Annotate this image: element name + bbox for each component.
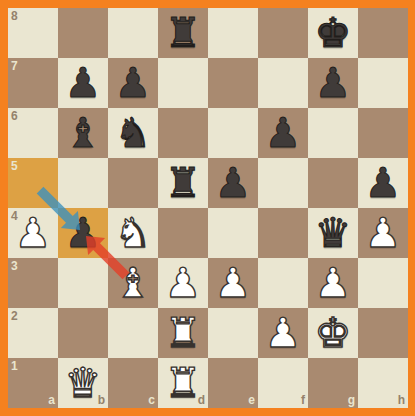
black-pawn-b7[interactable]: ♟ [58, 58, 108, 108]
square-e6[interactable] [208, 108, 258, 158]
rank-label-1: 1 [11, 360, 18, 373]
black-king-g8[interactable]: ♚ [308, 8, 358, 58]
black-bishop-b6[interactable]: ♝ [58, 108, 108, 158]
square-a3[interactable]: 3 [8, 258, 58, 308]
white-pawn-d3[interactable]: ♟ [158, 258, 208, 308]
black-pawn-g7[interactable]: ♟ [308, 58, 358, 108]
square-d6[interactable] [158, 108, 208, 158]
square-d4[interactable] [158, 208, 208, 258]
white-pawn-g3[interactable]: ♟ [308, 258, 358, 308]
black-pawn-b4[interactable]: ♟ [58, 208, 108, 258]
white-bishop-c3[interactable]: ♝ [108, 258, 158, 308]
white-pawn-h4[interactable]: ♟ [358, 208, 408, 258]
square-d7[interactable] [158, 58, 208, 108]
white-rook-d2[interactable]: ♜ [158, 308, 208, 358]
black-pawn-f6[interactable]: ♟ [258, 108, 308, 158]
square-e7[interactable] [208, 58, 258, 108]
square-f4[interactable] [258, 208, 308, 258]
rank-label-7: 7 [11, 60, 18, 73]
square-f8[interactable] [258, 8, 308, 58]
square-e1[interactable]: e [208, 358, 258, 408]
black-knight-c6[interactable]: ♞ [108, 108, 158, 158]
square-c5[interactable] [108, 158, 158, 208]
square-g5[interactable] [308, 158, 358, 208]
square-b3[interactable] [58, 258, 108, 308]
file-label-a: a [48, 394, 55, 407]
square-e8[interactable] [208, 8, 258, 58]
white-pawn-e3[interactable]: ♟ [208, 258, 258, 308]
rank-label-6: 6 [11, 110, 18, 123]
black-rook-d5[interactable]: ♜ [158, 158, 208, 208]
square-f7[interactable] [258, 58, 308, 108]
square-c8[interactable] [108, 8, 158, 58]
white-pawn-a4[interactable]: ♟ [8, 208, 58, 258]
square-h7[interactable] [358, 58, 408, 108]
square-g1[interactable]: g [308, 358, 358, 408]
white-pawn-f2[interactable]: ♟ [258, 308, 308, 358]
square-h8[interactable] [358, 8, 408, 58]
square-h1[interactable]: h [358, 358, 408, 408]
square-f3[interactable] [258, 258, 308, 308]
black-pawn-c7[interactable]: ♟ [108, 58, 158, 108]
square-g6[interactable] [308, 108, 358, 158]
black-pawn-h5[interactable]: ♟ [358, 158, 408, 208]
white-rook-d1[interactable]: ♜ [158, 358, 208, 408]
square-f5[interactable] [258, 158, 308, 208]
rank-label-3: 3 [11, 260, 18, 273]
square-h6[interactable] [358, 108, 408, 158]
square-a2[interactable]: 2 [8, 308, 58, 358]
square-b2[interactable] [58, 308, 108, 358]
white-queen-b1[interactable]: ♛ [58, 358, 108, 408]
square-h2[interactable] [358, 308, 408, 358]
square-b8[interactable] [58, 8, 108, 58]
square-c1[interactable]: c [108, 358, 158, 408]
square-a1[interactable]: 1a [8, 358, 58, 408]
square-e2[interactable] [208, 308, 258, 358]
file-label-e: e [248, 394, 255, 407]
square-a5[interactable]: 5 [8, 158, 58, 208]
rank-label-8: 8 [11, 10, 18, 23]
file-label-c: c [148, 394, 155, 407]
square-h3[interactable] [358, 258, 408, 308]
rank-label-2: 2 [11, 310, 18, 323]
square-b5[interactable] [58, 158, 108, 208]
file-label-g: g [348, 394, 355, 407]
white-king-g2[interactable]: ♚ [308, 308, 358, 358]
square-a7[interactable]: 7 [8, 58, 58, 108]
rank-label-5: 5 [11, 160, 18, 173]
square-a6[interactable]: 6 [8, 108, 58, 158]
square-f1[interactable]: f [258, 358, 308, 408]
file-label-f: f [301, 394, 305, 407]
black-pawn-e5[interactable]: ♟ [208, 158, 258, 208]
file-label-h: h [398, 394, 405, 407]
black-rook-d8[interactable]: ♜ [158, 8, 208, 58]
square-c2[interactable] [108, 308, 158, 358]
black-queen-g4[interactable]: ♛ [308, 208, 358, 258]
chess-app-frame: 87654321abcdefgh ♜♚♟♟♟♝♞♟♜♟♟♟♟♞♛♟♝♟♟♟♜♟♚… [0, 0, 415, 416]
white-knight-c4[interactable]: ♞ [108, 208, 158, 258]
square-a8[interactable]: 8 [8, 8, 58, 58]
square-e4[interactable] [208, 208, 258, 258]
